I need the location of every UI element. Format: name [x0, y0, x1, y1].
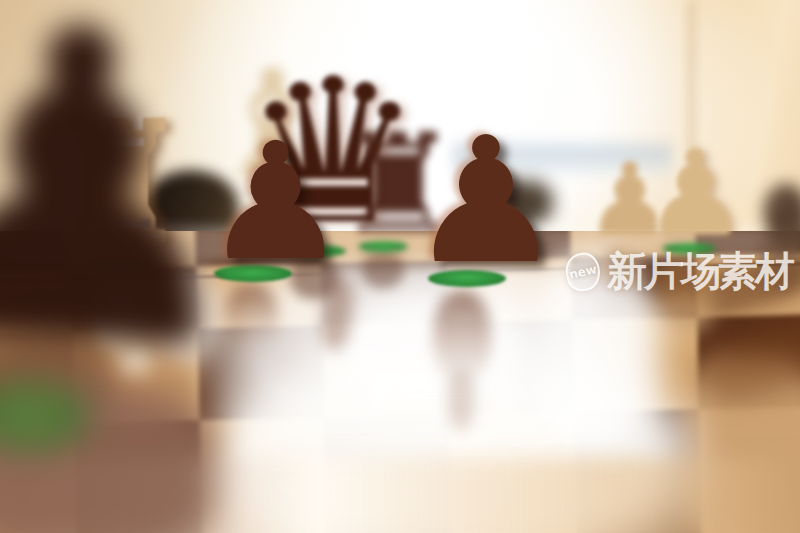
- watermark-badge-text: new: [568, 262, 598, 281]
- watermark-text: 新片场素材: [607, 244, 792, 299]
- foreground-piece-blur: ♟: [0, 0, 193, 410]
- white-pawn-near-piece: ♟: [642, 134, 736, 252]
- watermark: new 新片场素材: [566, 244, 792, 299]
- stock-photo-chess-scene: ♝ ♛ ♜ ♜ ♟ ♟ ♟ ♟ ♟ new 新片场素材: [0, 0, 800, 533]
- watermark-new-badge: new: [562, 249, 603, 293]
- black-pawn-center-piece: ♟: [408, 114, 524, 288]
- reflection-center-pawn-stem: [448, 368, 474, 430]
